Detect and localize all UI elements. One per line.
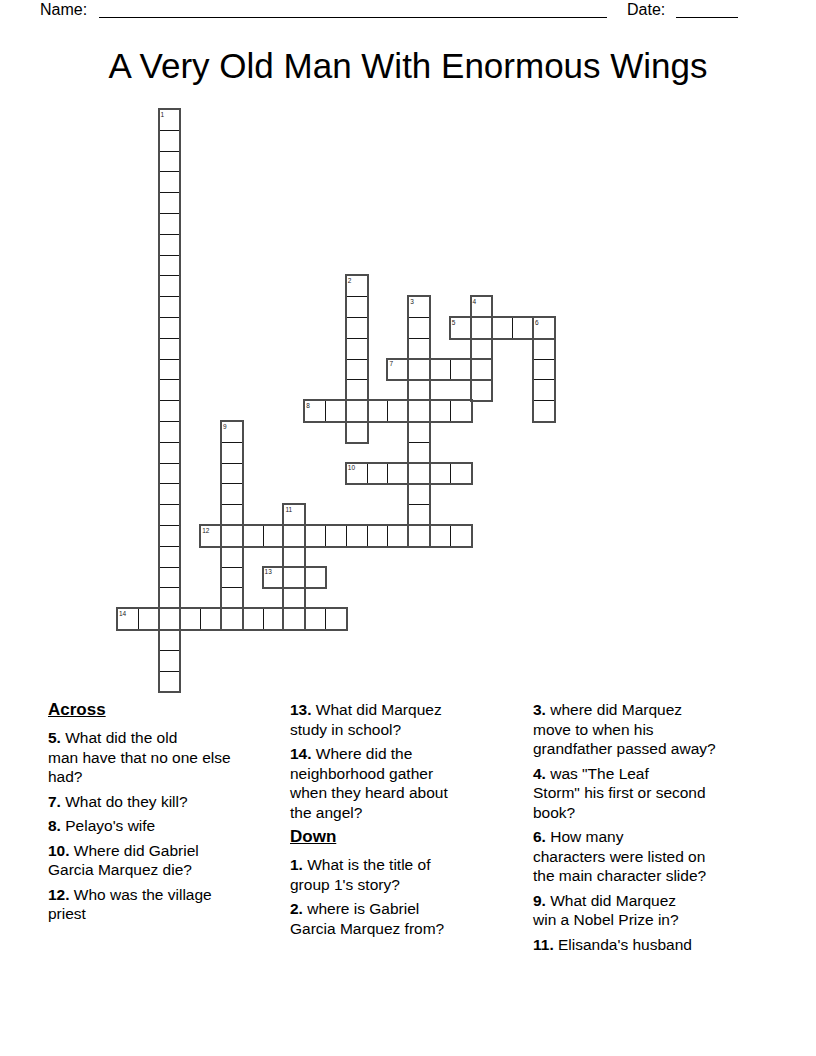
cell-r12-c13[interactable]: [387, 359, 409, 381]
clue-number-label: 11.: [533, 936, 554, 953]
cell-r27-c2[interactable]: [159, 671, 181, 693]
cell-r15-c14[interactable]: [408, 421, 430, 443]
name-label: Name:: [40, 1, 87, 19]
cell-r10-c11[interactable]: [346, 317, 368, 339]
cell-r11-c11[interactable]: [346, 338, 368, 360]
cell-r12-c11[interactable]: [346, 359, 368, 381]
clue-14: 14. Where did the neighborhood gather wh…: [290, 744, 533, 822]
cell-r15-c11[interactable]: [346, 421, 368, 443]
cell-r14-c9[interactable]: [304, 400, 326, 422]
cell-r16-c14[interactable]: [408, 442, 430, 464]
cell-r11-c14[interactable]: [408, 338, 430, 360]
cell-r22-c8[interactable]: [283, 567, 305, 589]
cell-r20-c6[interactable]: [242, 525, 264, 547]
cell-r19-c8[interactable]: [283, 504, 305, 526]
cell-r21-c5[interactable]: [221, 546, 243, 568]
clue-number-label: 13.: [290, 701, 312, 718]
cell-r10-c16[interactable]: [450, 317, 472, 339]
cell-r10-c19[interactable]: [512, 317, 534, 339]
cell-r19-c2[interactable]: [159, 504, 181, 526]
clue-text: What is the title of group 1's story?: [290, 856, 430, 893]
cell-r11-c17[interactable]: [471, 338, 493, 360]
clue-text: was "The Leaf Storm" his first or second…: [533, 765, 706, 821]
clue-text: where is Gabriel Garcia Marquez from?: [290, 900, 444, 937]
cell-r4-c2[interactable]: [159, 192, 181, 214]
cell-r17-c15[interactable]: [429, 463, 451, 485]
clue-9: 9. What did Marquez win a Nobel Prize in…: [533, 891, 778, 930]
clue-10: 10. Where did Gabriel Garcia Marquez die…: [48, 841, 290, 880]
cell-r20-c8[interactable]: [283, 525, 305, 547]
cell-r13-c2[interactable]: [159, 379, 181, 401]
clue-text: Where did the neighborhood gather when t…: [290, 745, 448, 821]
cell-r10-c18[interactable]: [491, 317, 513, 339]
cell-r24-c5[interactable]: [221, 608, 243, 630]
clue-text: What did Marquez win a Nobel Prize in?: [533, 892, 679, 929]
cell-r18-c14[interactable]: [408, 483, 430, 505]
clue-4: 4. was "The Leaf Storm" his first or sec…: [533, 764, 778, 823]
cell-r10-c20[interactable]: [533, 317, 555, 339]
cell-r8-c2[interactable]: [159, 275, 181, 297]
clue-7: 7. What do they kill?: [48, 792, 290, 812]
cell-r17-c16[interactable]: [450, 463, 472, 485]
date-blank-line[interactable]: [676, 17, 738, 18]
cell-r13-c20[interactable]: [533, 379, 555, 401]
cell-r12-c17[interactable]: [471, 359, 493, 381]
cell-r23-c2[interactable]: [159, 587, 181, 609]
cell-r20-c13[interactable]: [387, 525, 409, 547]
cell-r24-c4[interactable]: [200, 608, 222, 630]
cell-r9-c2[interactable]: [159, 296, 181, 318]
cell-r18-c5[interactable]: [221, 483, 243, 505]
cell-r20-c16[interactable]: [450, 525, 472, 547]
cell-r19-c14[interactable]: [408, 504, 430, 526]
clue-number-label: 3.: [533, 701, 546, 718]
cell-r23-c8[interactable]: [283, 587, 305, 609]
clue-column-3: 3. where did Marquez move to when his gr…: [533, 700, 778, 959]
cell-r20-c11[interactable]: [346, 525, 368, 547]
cell-r17-c14[interactable]: [408, 463, 430, 485]
cell-r20-c9[interactable]: [304, 525, 326, 547]
cell-r25-c2[interactable]: [159, 629, 181, 651]
clue-text: Pelayo's wife: [61, 817, 155, 834]
clue-number-label: 7.: [48, 793, 61, 810]
cell-r7-c2[interactable]: [159, 255, 181, 277]
cell-r20-c15[interactable]: [429, 525, 451, 547]
cell-r13-c14[interactable]: [408, 379, 430, 401]
clue-number-label: 6.: [533, 828, 546, 845]
clue-12: 12. Who was the village priest: [48, 885, 290, 924]
cell-r1-c2[interactable]: [159, 130, 181, 152]
cell-r20-c5[interactable]: [221, 525, 243, 547]
cell-r20-c4[interactable]: [200, 525, 222, 547]
cell-r0-c2[interactable]: [159, 109, 181, 131]
cell-r18-c2[interactable]: [159, 483, 181, 505]
cell-r20-c10[interactable]: [325, 525, 347, 547]
cell-r24-c0[interactable]: [117, 608, 139, 630]
clue-5: 5. What did the old man have that no one…: [48, 728, 290, 787]
cell-r12-c14[interactable]: [408, 359, 430, 381]
cell-r21-c2[interactable]: [159, 546, 181, 568]
cell-r20-c2[interactable]: [159, 525, 181, 547]
cell-r22-c2[interactable]: [159, 567, 181, 589]
cell-r14-c15[interactable]: [429, 400, 451, 422]
clue-8: 8. Pelayo's wife: [48, 816, 290, 836]
cell-r24-c6[interactable]: [242, 608, 264, 630]
cell-r3-c2[interactable]: [159, 171, 181, 193]
clue-number-label: 10.: [48, 842, 70, 859]
cell-r14-c12[interactable]: [367, 400, 389, 422]
clue-3: 3. where did Marquez move to when his gr…: [533, 700, 778, 759]
cell-r14-c13[interactable]: [387, 400, 409, 422]
clue-number-label: 5.: [48, 729, 61, 746]
cell-r10-c2[interactable]: [159, 317, 181, 339]
clue-column-1: Across5. What did the old man have that …: [48, 700, 290, 929]
clue-6: 6. How many characters were listed on th…: [533, 827, 778, 886]
cell-r8-c11[interactable]: [346, 275, 368, 297]
down-heading: Down: [290, 827, 533, 847]
cell-r12-c20[interactable]: [533, 359, 555, 381]
puzzle-title: A Very Old Man With Enormous Wings: [0, 46, 816, 86]
cell-r11-c20[interactable]: [533, 338, 555, 360]
cell-r15-c2[interactable]: [159, 421, 181, 443]
cell-r22-c7[interactable]: [263, 567, 285, 589]
cell-r13-c17[interactable]: [471, 379, 493, 401]
cell-r5-c2[interactable]: [159, 213, 181, 235]
cell-r24-c8[interactable]: [283, 608, 305, 630]
cell-r2-c2[interactable]: [159, 151, 181, 173]
cell-r11-c2[interactable]: [159, 338, 181, 360]
clue-11: 11. Elisanda's husband: [533, 935, 778, 955]
cell-r12-c16[interactable]: [450, 359, 472, 381]
clue-text: Elisanda's husband: [554, 936, 692, 953]
clue-2: 2. where is Gabriel Garcia Marquez from?: [290, 899, 533, 938]
cell-r14-c20[interactable]: [533, 400, 555, 422]
clue-number-label: 12.: [48, 886, 70, 903]
cell-r24-c3[interactable]: [179, 608, 201, 630]
crossword-grid: 1234567891011121314: [117, 109, 555, 693]
cell-r14-c2[interactable]: [159, 400, 181, 422]
cell-r14-c10[interactable]: [325, 400, 347, 422]
clue-number-label: 4.: [533, 765, 546, 782]
cell-r24-c9[interactable]: [304, 608, 326, 630]
clue-1: 1. What is the title of group 1's story?: [290, 855, 533, 894]
cell-r22-c5[interactable]: [221, 567, 243, 589]
cell-r26-c2[interactable]: [159, 650, 181, 672]
clue-text: How many characters were listed on the m…: [533, 828, 706, 884]
clue-number-label: 1.: [290, 856, 303, 873]
cell-r17-c5[interactable]: [221, 463, 243, 485]
cell-r14-c16[interactable]: [450, 400, 472, 422]
cell-r17-c13[interactable]: [387, 463, 409, 485]
clue-text: What do they kill?: [61, 793, 188, 810]
cell-r16-c2[interactable]: [159, 442, 181, 464]
date-label: Date:: [627, 1, 665, 19]
cell-r16-c5[interactable]: [221, 442, 243, 464]
cell-r24-c7[interactable]: [263, 608, 285, 630]
cell-r9-c11[interactable]: [346, 296, 368, 318]
clue-number-label: 8.: [48, 817, 61, 834]
cell-r13-c11[interactable]: [346, 379, 368, 401]
clue-text: where did Marquez move to when his grand…: [533, 701, 716, 757]
cell-r20-c7[interactable]: [263, 525, 285, 547]
clue-number-label: 9.: [533, 892, 546, 909]
cell-r9-c14[interactable]: [408, 296, 430, 318]
cell-r24-c2[interactable]: [159, 608, 181, 630]
clue-text: What did Marquez study in school?: [290, 701, 442, 738]
cell-r21-c8[interactable]: [283, 546, 305, 568]
clue-number-label: 14.: [290, 745, 312, 762]
cell-r17-c12[interactable]: [367, 463, 389, 485]
clue-text: Who was the village priest: [48, 886, 212, 923]
clue-text: What did the old man have that no one el…: [48, 729, 231, 785]
cell-r24-c10[interactable]: [325, 608, 347, 630]
cell-r17-c2[interactable]: [159, 463, 181, 485]
cell-r10-c14[interactable]: [408, 317, 430, 339]
cell-r12-c2[interactable]: [159, 359, 181, 381]
cell-r24-c1[interactable]: [138, 608, 160, 630]
clue-column-2: 13. What did Marquez study in school?14.…: [290, 700, 533, 943]
cell-r9-c17[interactable]: [471, 296, 493, 318]
across-heading: Across: [48, 700, 290, 720]
cell-r19-c5[interactable]: [221, 504, 243, 526]
cell-r12-c15[interactable]: [429, 359, 451, 381]
cell-r14-c11[interactable]: [346, 400, 368, 422]
worksheet-page: Name: Date: A Very Old Man With Enormous…: [0, 0, 816, 1056]
name-blank-line[interactable]: [99, 17, 607, 18]
clue-text: Where did Gabriel Garcia Marquez die?: [48, 842, 199, 879]
cell-r6-c2[interactable]: [159, 234, 181, 256]
cell-r23-c5[interactable]: [221, 587, 243, 609]
cell-r20-c14[interactable]: [408, 525, 430, 547]
cell-r15-c5[interactable]: [221, 421, 243, 443]
cell-r17-c11[interactable]: [346, 463, 368, 485]
cell-r10-c17[interactable]: [471, 317, 493, 339]
cell-r20-c12[interactable]: [367, 525, 389, 547]
clue-13: 13. What did Marquez study in school?: [290, 700, 533, 739]
clue-number-label: 2.: [290, 900, 303, 917]
cell-r14-c14[interactable]: [408, 400, 430, 422]
cell-r22-c9[interactable]: [304, 567, 326, 589]
